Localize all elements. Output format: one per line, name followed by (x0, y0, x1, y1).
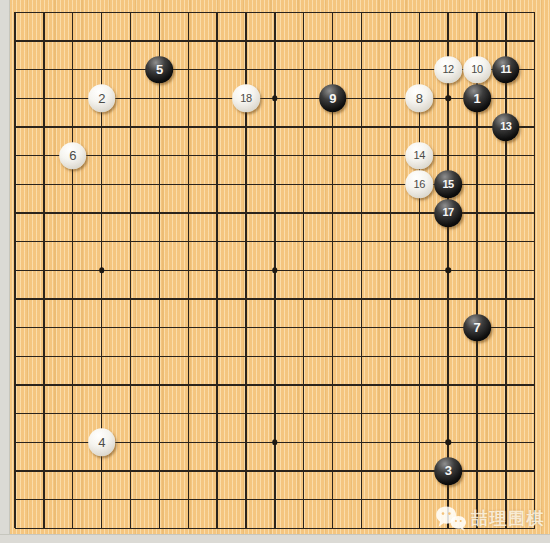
intersection[interactable] (174, 199, 203, 228)
intersection[interactable] (376, 170, 405, 199)
intersection[interactable] (232, 113, 261, 142)
intersection[interactable] (145, 0, 174, 27)
intersection[interactable] (376, 227, 405, 256)
intersection[interactable] (260, 485, 289, 514)
intersection[interactable] (145, 399, 174, 428)
intersection[interactable] (29, 84, 58, 113)
intersection[interactable] (260, 457, 289, 486)
intersection[interactable] (145, 27, 174, 56)
intersection[interactable] (318, 256, 347, 285)
intersection[interactable] (347, 485, 376, 514)
intersection[interactable] (58, 371, 87, 400)
intersection[interactable] (463, 457, 492, 486)
intersection[interactable] (174, 84, 203, 113)
intersection[interactable] (174, 285, 203, 314)
intersection[interactable]: 12 (434, 55, 463, 84)
intersection[interactable] (203, 485, 232, 514)
intersection[interactable] (116, 371, 145, 400)
intersection[interactable] (260, 84, 289, 113)
intersection[interactable] (116, 457, 145, 486)
intersection[interactable] (145, 170, 174, 199)
intersection[interactable] (174, 27, 203, 56)
intersection[interactable] (347, 371, 376, 400)
intersection[interactable]: 10 (463, 55, 492, 84)
intersection[interactable] (289, 485, 318, 514)
intersection[interactable] (174, 256, 203, 285)
intersection[interactable] (405, 399, 434, 428)
intersection[interactable] (203, 256, 232, 285)
intersection[interactable] (232, 371, 261, 400)
intersection[interactable] (347, 141, 376, 170)
intersection[interactable] (405, 227, 434, 256)
intersection[interactable] (318, 485, 347, 514)
intersection[interactable]: 3 (434, 457, 463, 486)
intersection[interactable] (318, 371, 347, 400)
intersection[interactable] (260, 27, 289, 56)
intersection[interactable] (463, 27, 492, 56)
intersection[interactable] (376, 199, 405, 228)
intersection[interactable] (318, 113, 347, 142)
intersection[interactable] (260, 199, 289, 228)
intersection[interactable] (29, 199, 58, 228)
intersection[interactable] (463, 371, 492, 400)
intersection[interactable] (491, 0, 520, 27)
intersection[interactable] (116, 485, 145, 514)
intersection[interactable] (434, 227, 463, 256)
intersection[interactable] (145, 285, 174, 314)
intersection[interactable] (87, 227, 116, 256)
intersection[interactable] (347, 342, 376, 371)
intersection[interactable] (174, 0, 203, 27)
intersection[interactable] (29, 113, 58, 142)
intersection[interactable] (174, 141, 203, 170)
intersection[interactable] (405, 485, 434, 514)
intersection[interactable] (203, 170, 232, 199)
intersection[interactable] (145, 84, 174, 113)
intersection[interactable] (87, 313, 116, 342)
intersection[interactable] (520, 457, 549, 486)
intersection[interactable] (29, 227, 58, 256)
intersection[interactable]: 14 (405, 141, 434, 170)
intersection[interactable] (491, 227, 520, 256)
intersection[interactable] (376, 428, 405, 457)
intersection[interactable] (145, 113, 174, 142)
intersection[interactable] (174, 342, 203, 371)
intersection[interactable] (347, 227, 376, 256)
intersection[interactable] (29, 170, 58, 199)
intersection[interactable] (203, 428, 232, 457)
intersection[interactable] (29, 457, 58, 486)
intersection[interactable] (232, 342, 261, 371)
intersection[interactable] (58, 170, 87, 199)
intersection[interactable] (232, 256, 261, 285)
intersection[interactable] (58, 285, 87, 314)
intersection[interactable]: 15 (434, 170, 463, 199)
intersection[interactable] (405, 199, 434, 228)
intersection[interactable] (145, 342, 174, 371)
intersection[interactable] (203, 113, 232, 142)
intersection[interactable] (232, 199, 261, 228)
intersection[interactable] (289, 457, 318, 486)
intersection[interactable] (145, 141, 174, 170)
intersection[interactable]: 11 (491, 55, 520, 84)
intersection[interactable] (116, 55, 145, 84)
intersection[interactable] (376, 342, 405, 371)
intersection[interactable] (463, 256, 492, 285)
intersection[interactable] (260, 55, 289, 84)
intersection[interactable]: 13 (491, 113, 520, 142)
intersection[interactable] (289, 399, 318, 428)
intersection[interactable] (87, 27, 116, 56)
intersection[interactable] (87, 399, 116, 428)
intersection[interactable] (58, 27, 87, 56)
intersection[interactable] (347, 428, 376, 457)
intersection[interactable] (520, 27, 549, 56)
intersection[interactable] (376, 256, 405, 285)
intersection[interactable] (289, 199, 318, 228)
intersection[interactable] (29, 55, 58, 84)
intersection[interactable] (520, 170, 549, 199)
intersection[interactable] (376, 55, 405, 84)
intersection[interactable] (434, 342, 463, 371)
intersection[interactable] (260, 313, 289, 342)
intersection[interactable] (232, 227, 261, 256)
intersection[interactable] (491, 399, 520, 428)
intersection[interactable] (58, 199, 87, 228)
intersection[interactable] (116, 428, 145, 457)
intersection[interactable] (260, 170, 289, 199)
intersection[interactable] (116, 199, 145, 228)
intersection[interactable] (347, 399, 376, 428)
intersection[interactable] (203, 55, 232, 84)
intersection[interactable] (203, 0, 232, 27)
intersection[interactable] (347, 84, 376, 113)
intersection[interactable] (58, 342, 87, 371)
intersection[interactable] (232, 55, 261, 84)
intersection[interactable] (87, 170, 116, 199)
intersection[interactable] (463, 199, 492, 228)
intersection[interactable] (491, 457, 520, 486)
intersection[interactable] (29, 0, 58, 27)
intersection[interactable] (318, 27, 347, 56)
intersection[interactable] (174, 170, 203, 199)
intersection[interactable] (232, 457, 261, 486)
intersection[interactable] (29, 428, 58, 457)
intersection[interactable] (463, 285, 492, 314)
intersection[interactable] (520, 0, 549, 27)
intersection[interactable] (463, 399, 492, 428)
intersection[interactable] (116, 141, 145, 170)
intersection[interactable] (203, 371, 232, 400)
intersection[interactable] (318, 399, 347, 428)
intersection[interactable]: 1 (463, 84, 492, 113)
intersection[interactable] (174, 55, 203, 84)
intersection[interactable]: 4 (87, 428, 116, 457)
intersection[interactable]: 6 (58, 141, 87, 170)
intersection[interactable] (520, 399, 549, 428)
intersection[interactable]: 16 (405, 170, 434, 199)
intersection[interactable] (520, 55, 549, 84)
intersection[interactable] (520, 199, 549, 228)
intersection[interactable] (29, 342, 58, 371)
intersection[interactable] (318, 55, 347, 84)
intersection[interactable] (347, 199, 376, 228)
intersection[interactable] (203, 199, 232, 228)
intersection[interactable] (87, 485, 116, 514)
intersection[interactable] (289, 84, 318, 113)
intersection[interactable] (491, 342, 520, 371)
intersection[interactable] (318, 313, 347, 342)
intersection[interactable] (29, 141, 58, 170)
intersection[interactable] (520, 313, 549, 342)
intersection[interactable] (116, 285, 145, 314)
intersection[interactable] (463, 170, 492, 199)
intersection[interactable] (145, 428, 174, 457)
intersection[interactable] (260, 371, 289, 400)
intersection[interactable] (318, 170, 347, 199)
intersection[interactable] (116, 84, 145, 113)
intersection[interactable] (520, 113, 549, 142)
intersection[interactable] (434, 0, 463, 27)
intersection[interactable] (203, 141, 232, 170)
intersection[interactable] (434, 84, 463, 113)
intersection[interactable] (87, 457, 116, 486)
intersection[interactable] (232, 285, 261, 314)
intersection[interactable] (116, 0, 145, 27)
intersection[interactable] (203, 84, 232, 113)
intersection[interactable] (405, 457, 434, 486)
intersection[interactable] (347, 313, 376, 342)
intersection[interactable] (116, 170, 145, 199)
intersection[interactable] (289, 371, 318, 400)
intersection[interactable] (232, 313, 261, 342)
intersection[interactable] (434, 113, 463, 142)
intersection[interactable] (289, 141, 318, 170)
intersection[interactable] (376, 141, 405, 170)
intersection[interactable] (289, 0, 318, 27)
intersection[interactable] (405, 428, 434, 457)
intersection[interactable] (434, 371, 463, 400)
intersection[interactable] (145, 313, 174, 342)
intersection[interactable] (58, 428, 87, 457)
intersection[interactable] (116, 342, 145, 371)
intersection[interactable] (318, 199, 347, 228)
intersection[interactable]: 18 (232, 84, 261, 113)
intersection[interactable] (232, 170, 261, 199)
intersection[interactable] (347, 0, 376, 27)
intersection[interactable] (491, 313, 520, 342)
intersection[interactable] (29, 399, 58, 428)
intersection[interactable] (491, 27, 520, 56)
intersection[interactable] (260, 285, 289, 314)
intersection[interactable] (318, 428, 347, 457)
intersection[interactable] (145, 227, 174, 256)
intersection[interactable] (405, 256, 434, 285)
intersection[interactable] (260, 141, 289, 170)
intersection[interactable] (434, 141, 463, 170)
intersection[interactable] (347, 256, 376, 285)
intersection[interactable] (203, 342, 232, 371)
intersection[interactable] (463, 0, 492, 27)
intersection[interactable] (376, 313, 405, 342)
intersection[interactable] (260, 399, 289, 428)
intersection[interactable] (145, 371, 174, 400)
intersection[interactable] (434, 428, 463, 457)
intersection[interactable] (376, 485, 405, 514)
intersection[interactable] (289, 55, 318, 84)
intersection[interactable] (405, 313, 434, 342)
intersection[interactable] (87, 256, 116, 285)
intersection[interactable] (29, 313, 58, 342)
intersection[interactable] (491, 256, 520, 285)
intersection[interactable] (347, 27, 376, 56)
intersection[interactable] (203, 227, 232, 256)
intersection[interactable] (318, 141, 347, 170)
intersection[interactable] (29, 285, 58, 314)
intersection[interactable] (405, 371, 434, 400)
intersection[interactable] (289, 342, 318, 371)
intersection[interactable]: 5 (145, 55, 174, 84)
intersection[interactable] (318, 342, 347, 371)
intersection[interactable] (87, 285, 116, 314)
intersection[interactable] (145, 256, 174, 285)
intersection[interactable] (203, 285, 232, 314)
intersection[interactable] (405, 27, 434, 56)
intersection[interactable] (463, 428, 492, 457)
intersection[interactable] (87, 0, 116, 27)
intersection[interactable] (58, 256, 87, 285)
intersection[interactable] (289, 256, 318, 285)
intersection[interactable] (203, 313, 232, 342)
intersection[interactable] (318, 227, 347, 256)
intersection[interactable] (491, 84, 520, 113)
intersection[interactable] (174, 313, 203, 342)
intersection[interactable] (87, 371, 116, 400)
intersection[interactable] (347, 285, 376, 314)
intersection[interactable] (232, 27, 261, 56)
intersection[interactable] (520, 371, 549, 400)
intersection[interactable] (174, 113, 203, 142)
intersection[interactable]: 7 (463, 313, 492, 342)
intersection[interactable] (520, 256, 549, 285)
intersection[interactable] (232, 485, 261, 514)
intersection[interactable] (116, 313, 145, 342)
intersection[interactable] (318, 285, 347, 314)
intersection[interactable] (232, 0, 261, 27)
intersection[interactable] (318, 0, 347, 27)
intersection[interactable] (405, 55, 434, 84)
intersection[interactable] (376, 399, 405, 428)
intersection[interactable] (434, 285, 463, 314)
intersection[interactable] (203, 457, 232, 486)
intersection[interactable] (116, 227, 145, 256)
intersection[interactable] (463, 227, 492, 256)
intersection[interactable] (174, 485, 203, 514)
intersection[interactable] (260, 0, 289, 27)
intersection[interactable] (232, 428, 261, 457)
intersection[interactable] (87, 113, 116, 142)
intersection[interactable] (232, 141, 261, 170)
intersection[interactable]: 8 (405, 84, 434, 113)
intersection[interactable] (376, 84, 405, 113)
intersection[interactable] (376, 113, 405, 142)
intersection[interactable] (58, 227, 87, 256)
intersection[interactable] (116, 113, 145, 142)
intersection[interactable] (116, 256, 145, 285)
intersection[interactable] (29, 27, 58, 56)
intersection[interactable]: 2 (87, 84, 116, 113)
intersection[interactable] (463, 342, 492, 371)
intersection[interactable] (491, 170, 520, 199)
intersection[interactable] (145, 199, 174, 228)
intersection[interactable] (203, 27, 232, 56)
intersection[interactable] (289, 113, 318, 142)
intersection[interactable] (260, 342, 289, 371)
intersection[interactable] (260, 428, 289, 457)
intersection[interactable] (376, 285, 405, 314)
intersection[interactable] (347, 113, 376, 142)
intersection[interactable] (405, 0, 434, 27)
intersection[interactable] (405, 113, 434, 142)
intersection[interactable] (29, 485, 58, 514)
intersection[interactable] (174, 428, 203, 457)
intersection[interactable] (174, 227, 203, 256)
intersection[interactable] (491, 428, 520, 457)
intersection[interactable] (29, 371, 58, 400)
intersection[interactable] (463, 141, 492, 170)
intersection[interactable] (58, 485, 87, 514)
intersection[interactable] (260, 227, 289, 256)
intersection[interactable] (58, 313, 87, 342)
intersection[interactable] (520, 342, 549, 371)
intersection[interactable] (289, 27, 318, 56)
intersection[interactable] (376, 0, 405, 27)
intersection[interactable] (434, 27, 463, 56)
intersection[interactable] (29, 256, 58, 285)
intersection[interactable] (491, 199, 520, 228)
intersection[interactable] (174, 399, 203, 428)
intersection[interactable] (87, 55, 116, 84)
intersection[interactable] (491, 285, 520, 314)
intersection[interactable] (145, 485, 174, 514)
intersection[interactable] (289, 285, 318, 314)
intersection[interactable] (116, 27, 145, 56)
intersection[interactable] (347, 55, 376, 84)
intersection[interactable] (491, 371, 520, 400)
intersection[interactable] (58, 0, 87, 27)
intersection[interactable] (405, 285, 434, 314)
intersection[interactable] (463, 113, 492, 142)
intersection[interactable] (58, 84, 87, 113)
intersection[interactable] (116, 399, 145, 428)
intersection[interactable]: 9 (318, 84, 347, 113)
intersection[interactable] (145, 457, 174, 486)
intersection[interactable] (347, 170, 376, 199)
intersection[interactable] (58, 399, 87, 428)
intersection[interactable] (289, 170, 318, 199)
intersection[interactable] (174, 371, 203, 400)
intersection[interactable] (434, 256, 463, 285)
intersection[interactable] (58, 113, 87, 142)
intersection[interactable] (520, 285, 549, 314)
intersection[interactable]: 17 (434, 199, 463, 228)
intersection[interactable] (232, 399, 261, 428)
intersection[interactable] (87, 342, 116, 371)
intersection[interactable] (289, 313, 318, 342)
intersection[interactable] (520, 84, 549, 113)
intersection[interactable] (376, 371, 405, 400)
intersection[interactable] (491, 141, 520, 170)
